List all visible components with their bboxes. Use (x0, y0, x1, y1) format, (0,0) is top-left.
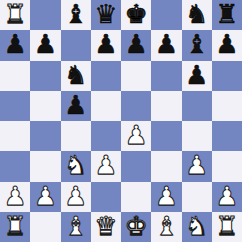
white-bishop[interactable]: ♝ (64, 213, 87, 239)
square-g5[interactable] (182, 91, 212, 121)
square-a5[interactable] (0, 91, 30, 121)
white-pawn[interactable]: ♟ (215, 183, 238, 209)
square-e7[interactable]: ♟ (121, 30, 151, 60)
square-c4[interactable] (61, 121, 91, 151)
square-b2[interactable]: ♟ (30, 182, 60, 212)
black-knight[interactable]: ♞ (185, 1, 208, 27)
black-pawn[interactable]: ♟ (155, 31, 178, 57)
square-g2[interactable] (182, 182, 212, 212)
square-e4[interactable]: ♟ (121, 121, 151, 151)
white-queen[interactable]: ♛ (94, 213, 117, 239)
square-c6[interactable]: ♞ (61, 61, 91, 91)
square-c2[interactable]: ♟ (61, 182, 91, 212)
square-b1[interactable] (30, 212, 60, 242)
black-pawn[interactable]: ♟ (94, 31, 117, 57)
square-e2[interactable] (121, 182, 151, 212)
square-f4[interactable] (151, 121, 181, 151)
white-knight[interactable]: ♞ (64, 152, 87, 178)
square-a4[interactable] (0, 121, 30, 151)
square-g4[interactable] (182, 121, 212, 151)
white-rook[interactable]: ♜ (3, 213, 26, 239)
white-rook[interactable]: ♜ (215, 213, 238, 239)
square-f2[interactable]: ♟ (151, 182, 181, 212)
square-h7[interactable]: ♟ (212, 30, 242, 60)
square-d1[interactable]: ♛ (91, 212, 121, 242)
square-a6[interactable] (0, 61, 30, 91)
white-bishop[interactable]: ♝ (155, 213, 178, 239)
square-c8[interactable]: ♝ (61, 0, 91, 30)
square-a1[interactable]: ♜ (0, 212, 30, 242)
black-king[interactable]: ♚ (124, 1, 147, 27)
square-f1[interactable]: ♝ (151, 212, 181, 242)
square-d5[interactable] (91, 91, 121, 121)
square-a3[interactable] (0, 151, 30, 181)
square-e5[interactable] (121, 91, 151, 121)
black-bishop[interactable]: ♝ (185, 31, 208, 57)
square-b4[interactable] (30, 121, 60, 151)
black-pawn[interactable]: ♟ (34, 31, 57, 57)
square-d8[interactable]: ♛ (91, 0, 121, 30)
square-c1[interactable]: ♝ (61, 212, 91, 242)
square-g7[interactable]: ♝ (182, 30, 212, 60)
square-f7[interactable]: ♟ (151, 30, 181, 60)
square-f5[interactable] (151, 91, 181, 121)
chess-board: ♜♝♛♚♞♜♟♟♟♟♟♝♟♞♟♟♟♞♟♟♟♟♟♟♟♜♝♛♚♝♞♜ (0, 0, 242, 242)
white-pawn[interactable]: ♟ (185, 152, 208, 178)
black-pawn[interactable]: ♟ (185, 62, 208, 88)
square-d3[interactable]: ♟ (91, 151, 121, 181)
square-g3[interactable]: ♟ (182, 151, 212, 181)
square-h2[interactable]: ♟ (212, 182, 242, 212)
square-d2[interactable] (91, 182, 121, 212)
square-e3[interactable] (121, 151, 151, 181)
square-h8[interactable]: ♜ (212, 0, 242, 30)
square-g8[interactable]: ♞ (182, 0, 212, 30)
square-c3[interactable]: ♞ (61, 151, 91, 181)
square-h3[interactable] (212, 151, 242, 181)
square-e6[interactable] (121, 61, 151, 91)
square-g1[interactable]: ♞ (182, 212, 212, 242)
black-pawn[interactable]: ♟ (124, 31, 147, 57)
square-d7[interactable]: ♟ (91, 30, 121, 60)
white-knight[interactable]: ♞ (185, 213, 208, 239)
white-pawn[interactable]: ♟ (64, 183, 87, 209)
square-f8[interactable] (151, 0, 181, 30)
square-h4[interactable] (212, 121, 242, 151)
square-h6[interactable] (212, 61, 242, 91)
square-h1[interactable]: ♜ (212, 212, 242, 242)
square-c5[interactable]: ♟ (61, 91, 91, 121)
square-a2[interactable]: ♟ (0, 182, 30, 212)
square-b5[interactable] (30, 91, 60, 121)
white-pawn[interactable]: ♟ (155, 183, 178, 209)
white-rook[interactable]: ♜ (3, 1, 26, 27)
black-queen[interactable]: ♛ (94, 1, 117, 27)
white-pawn[interactable]: ♟ (34, 183, 57, 209)
square-f6[interactable] (151, 61, 181, 91)
white-king[interactable]: ♚ (124, 213, 147, 239)
square-d6[interactable] (91, 61, 121, 91)
black-pawn[interactable]: ♟ (215, 31, 238, 57)
square-b6[interactable] (30, 61, 60, 91)
square-e8[interactable]: ♚ (121, 0, 151, 30)
black-bishop[interactable]: ♝ (64, 1, 87, 27)
white-pawn[interactable]: ♟ (124, 122, 147, 148)
square-b8[interactable] (30, 0, 60, 30)
square-a7[interactable]: ♟ (0, 30, 30, 60)
black-pawn[interactable]: ♟ (64, 92, 87, 118)
white-pawn[interactable]: ♟ (94, 152, 117, 178)
black-rook[interactable]: ♜ (215, 1, 238, 27)
square-f3[interactable] (151, 151, 181, 181)
square-a8[interactable]: ♜ (0, 0, 30, 30)
square-c7[interactable] (61, 30, 91, 60)
white-pawn[interactable]: ♟ (3, 183, 26, 209)
square-h5[interactable] (212, 91, 242, 121)
square-b3[interactable] (30, 151, 60, 181)
square-b7[interactable]: ♟ (30, 30, 60, 60)
black-knight[interactable]: ♞ (64, 62, 87, 88)
black-pawn[interactable]: ♟ (3, 31, 26, 57)
square-d4[interactable] (91, 121, 121, 151)
square-e1[interactable]: ♚ (121, 212, 151, 242)
square-g6[interactable]: ♟ (182, 61, 212, 91)
